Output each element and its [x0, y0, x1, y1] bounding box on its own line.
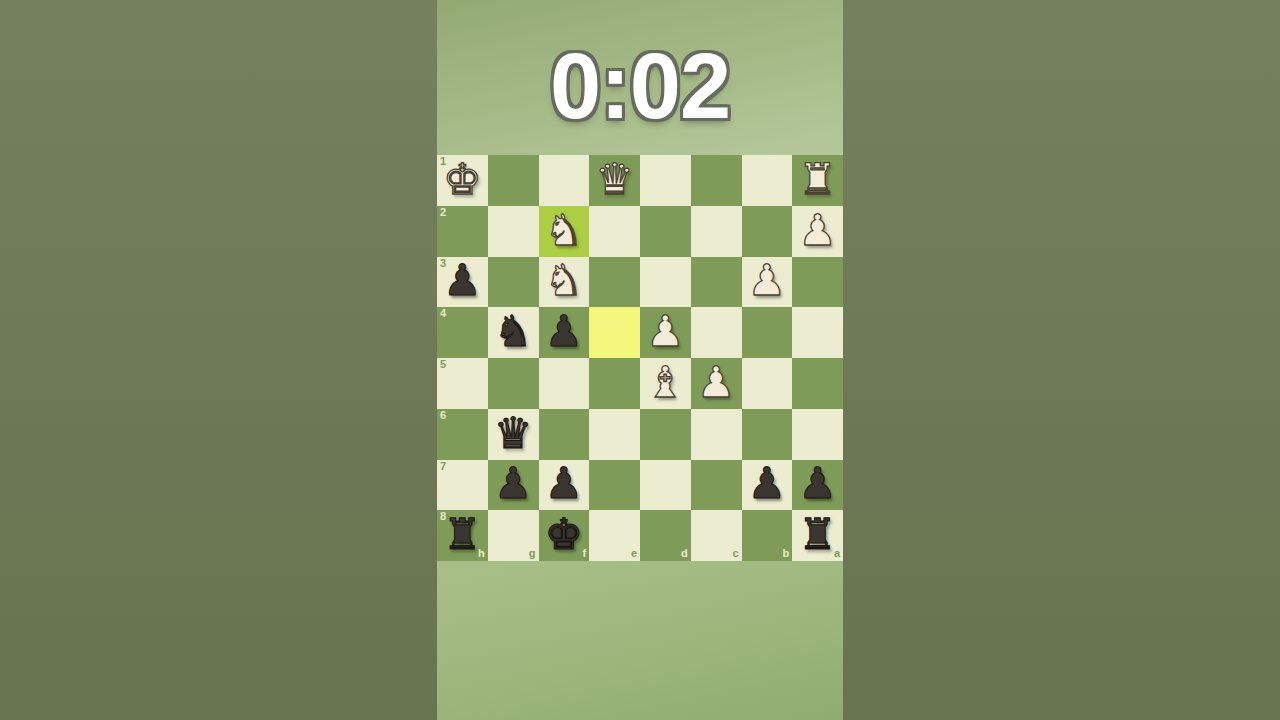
- square-f5[interactable]: [539, 358, 590, 409]
- piece-wK-h1[interactable]: ♚: [443, 158, 482, 201]
- square-c8[interactable]: c: [691, 510, 742, 561]
- countdown-clock: 0:02: [437, 40, 843, 132]
- square-g5[interactable]: [488, 358, 539, 409]
- square-c7[interactable]: [691, 460, 742, 511]
- square-g1[interactable]: [488, 155, 539, 206]
- square-e6[interactable]: [589, 409, 640, 460]
- square-e8[interactable]: e: [589, 510, 640, 561]
- square-b8[interactable]: b: [742, 510, 793, 561]
- square-d4[interactable]: ♟: [640, 307, 691, 358]
- piece-wN-f3[interactable]: ♞: [545, 259, 584, 302]
- square-d6[interactable]: [640, 409, 691, 460]
- square-a8[interactable]: a♜: [792, 510, 843, 561]
- square-e3[interactable]: [589, 257, 640, 308]
- piece-wP-a2[interactable]: ♟: [798, 209, 837, 252]
- square-a7[interactable]: ♟: [792, 460, 843, 511]
- square-g6[interactable]: ♛: [488, 409, 539, 460]
- square-d5[interactable]: ♝: [640, 358, 691, 409]
- square-d8[interactable]: d: [640, 510, 691, 561]
- square-c6[interactable]: [691, 409, 742, 460]
- square-b4[interactable]: [742, 307, 793, 358]
- square-b6[interactable]: [742, 409, 793, 460]
- square-f3[interactable]: ♞: [539, 257, 590, 308]
- piece-bP-a7[interactable]: ♟: [798, 462, 837, 505]
- square-f8[interactable]: f♚: [539, 510, 590, 561]
- rank-label-6: 6: [440, 410, 446, 421]
- square-a1[interactable]: ♜: [792, 155, 843, 206]
- square-b7[interactable]: ♟: [742, 460, 793, 511]
- piece-bR-a8[interactable]: ♜: [798, 513, 837, 556]
- square-f1[interactable]: [539, 155, 590, 206]
- square-e7[interactable]: [589, 460, 640, 511]
- square-a2[interactable]: ♟: [792, 206, 843, 257]
- square-b3[interactable]: ♟: [742, 257, 793, 308]
- square-h7[interactable]: 7: [437, 460, 488, 511]
- square-c1[interactable]: [691, 155, 742, 206]
- square-d2[interactable]: [640, 206, 691, 257]
- square-h4[interactable]: 4: [437, 307, 488, 358]
- square-b1[interactable]: [742, 155, 793, 206]
- square-g4[interactable]: ♞: [488, 307, 539, 358]
- piece-bP-f4[interactable]: ♟: [545, 310, 584, 353]
- square-h8[interactable]: 8h♜: [437, 510, 488, 561]
- piece-bP-g7[interactable]: ♟: [494, 462, 533, 505]
- piece-bP-b7[interactable]: ♟: [748, 462, 787, 505]
- piece-bQ-g6[interactable]: ♛: [494, 412, 533, 455]
- square-d1[interactable]: [640, 155, 691, 206]
- square-c5[interactable]: ♟: [691, 358, 742, 409]
- square-g2[interactable]: [488, 206, 539, 257]
- square-h5[interactable]: 5: [437, 358, 488, 409]
- square-h2[interactable]: 2: [437, 206, 488, 257]
- piece-bP-h3[interactable]: ♟: [443, 259, 482, 302]
- piece-bK-f8[interactable]: ♚: [545, 513, 584, 556]
- square-h1[interactable]: 1♚: [437, 155, 488, 206]
- file-label-b: b: [783, 548, 790, 559]
- piece-wN-f2[interactable]: ♞: [545, 209, 584, 252]
- rank-label-2: 2: [440, 207, 446, 218]
- piece-wR-a1[interactable]: ♜: [798, 158, 837, 201]
- piece-wQ-e1[interactable]: ♛: [595, 158, 634, 201]
- background-blur-right: [843, 0, 1280, 720]
- square-f4[interactable]: ♟: [539, 307, 590, 358]
- square-c3[interactable]: [691, 257, 742, 308]
- chess-board: 1♚♛♜2♞♟3♟♞♟4♞♟♟5♝♟6♛7♟♟♟♟8h♜gf♚edcba♜: [437, 155, 843, 561]
- square-f2[interactable]: ♞: [539, 206, 590, 257]
- file-label-c: c: [732, 548, 738, 559]
- square-h3[interactable]: 3♟: [437, 257, 488, 308]
- square-b2[interactable]: [742, 206, 793, 257]
- background-blur-left: [0, 0, 437, 720]
- square-b5[interactable]: [742, 358, 793, 409]
- file-label-d: d: [681, 548, 688, 559]
- square-a3[interactable]: [792, 257, 843, 308]
- rank-label-5: 5: [440, 359, 446, 370]
- piece-bR-h8[interactable]: ♜: [443, 513, 482, 556]
- piece-bN-g4[interactable]: ♞: [494, 310, 533, 353]
- square-c4[interactable]: [691, 307, 742, 358]
- square-e4[interactable]: [589, 307, 640, 358]
- square-a5[interactable]: [792, 358, 843, 409]
- piece-wB-d5[interactable]: ♝: [646, 361, 685, 404]
- square-f6[interactable]: [539, 409, 590, 460]
- square-h6[interactable]: 6: [437, 409, 488, 460]
- piece-wP-c5[interactable]: ♟: [697, 361, 736, 404]
- piece-wP-b3[interactable]: ♟: [748, 259, 787, 302]
- square-f7[interactable]: ♟: [539, 460, 590, 511]
- video-column: 0:02 1♚♛♜2♞♟3♟♞♟4♞♟♟5♝♟6♛7♟♟♟♟8h♜gf♚edcb…: [437, 0, 843, 720]
- square-g7[interactable]: ♟: [488, 460, 539, 511]
- piece-wP-d4[interactable]: ♟: [646, 310, 685, 353]
- square-e1[interactable]: ♛: [589, 155, 640, 206]
- square-d7[interactable]: [640, 460, 691, 511]
- file-label-g: g: [529, 548, 536, 559]
- square-e5[interactable]: [589, 358, 640, 409]
- square-a4[interactable]: [792, 307, 843, 358]
- piece-bP-f7[interactable]: ♟: [545, 462, 584, 505]
- square-d3[interactable]: [640, 257, 691, 308]
- square-e2[interactable]: [589, 206, 640, 257]
- rank-label-7: 7: [440, 461, 446, 472]
- rank-label-4: 4: [440, 308, 446, 319]
- square-g8[interactable]: g: [488, 510, 539, 561]
- square-a6[interactable]: [792, 409, 843, 460]
- square-g3[interactable]: [488, 257, 539, 308]
- file-label-e: e: [631, 548, 637, 559]
- square-c2[interactable]: [691, 206, 742, 257]
